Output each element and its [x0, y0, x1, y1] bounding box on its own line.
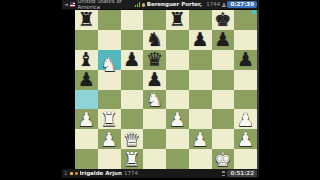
person-icon [222, 3, 225, 7]
piece-black-pawn[interactable]: ♟ [78, 70, 95, 89]
piece-black-pawn[interactable]: ♟ [146, 70, 163, 89]
piece-white-queen[interactable]: ♛ [123, 130, 140, 149]
square-d7[interactable]: ♞ [143, 30, 166, 50]
square-b1[interactable] [98, 149, 121, 169]
piece-white-knight[interactable]: ♞ [101, 55, 118, 74]
coin-icon [142, 3, 145, 7]
piece-black-pawn[interactable]: ♟ [237, 50, 254, 69]
square-e7[interactable] [166, 30, 189, 50]
square-e8[interactable]: ♜ [166, 10, 189, 30]
square-d8[interactable] [143, 10, 166, 30]
piece-black-queen[interactable]: ♛ [146, 50, 163, 69]
piece-white-pawn[interactable]: ♟ [101, 130, 118, 149]
online-status-dot [252, 10, 256, 14]
square-b8[interactable] [98, 10, 121, 30]
back-icon[interactable]: ◄ [64, 2, 68, 7]
square-d4[interactable]: ♞ [143, 90, 166, 110]
square-d3[interactable] [143, 109, 166, 129]
square-a2[interactable] [75, 129, 98, 149]
piece-black-knight[interactable]: ♞ [146, 30, 163, 49]
us-flag-icon [70, 2, 76, 7]
piece-white-pawn[interactable]: ♟ [237, 110, 254, 129]
opponent-clock: 0:27:39 [227, 1, 257, 9]
square-a5[interactable]: ♟ [75, 70, 98, 90]
piece-white-pawn[interactable]: ♟ [237, 130, 254, 149]
square-c7[interactable] [121, 30, 144, 50]
piece-black-pawn[interactable]: ♟ [123, 50, 140, 69]
square-a1[interactable] [75, 149, 98, 169]
square-f2[interactable]: ♟ [189, 129, 212, 149]
tab-indicator: 1 [64, 171, 68, 177]
square-a4[interactable] [75, 90, 98, 110]
square-c1[interactable]: ♜ [121, 149, 144, 169]
piece-black-pawn[interactable]: ♟ [214, 30, 231, 49]
square-b3[interactable]: ♜ [98, 109, 121, 129]
square-h4[interactable] [234, 90, 257, 110]
square-g3[interactable] [212, 109, 235, 129]
square-f7[interactable]: ♟ [189, 30, 212, 50]
square-c8[interactable] [121, 10, 144, 30]
square-b4[interactable] [98, 90, 121, 110]
piece-white-pawn[interactable]: ♟ [192, 130, 209, 149]
player-name: Irigalde Arjun [80, 171, 122, 177]
square-f6[interactable] [189, 50, 212, 70]
piece-white-king[interactable]: ♚ [214, 150, 231, 169]
opponent-rating: 1744 [206, 2, 220, 8]
square-e5[interactable] [166, 70, 189, 90]
square-b7[interactable] [98, 30, 121, 50]
player-rating: 1774 [124, 171, 138, 177]
square-d2[interactable] [143, 129, 166, 149]
square-f4[interactable] [189, 90, 212, 110]
piece-white-pawn[interactable]: ♟ [169, 110, 186, 129]
square-h2[interactable]: ♟ [234, 129, 257, 149]
piece-black-bishop[interactable]: ♝ [78, 50, 95, 69]
square-e3[interactable]: ♟ [166, 109, 189, 129]
square-a8[interactable]: ♜ [75, 10, 98, 30]
square-a3[interactable]: ♟ [75, 109, 98, 129]
square-e6[interactable] [166, 50, 189, 70]
square-d5[interactable]: ♟ [143, 70, 166, 90]
square-h1[interactable] [234, 149, 257, 169]
square-f5[interactable] [189, 70, 212, 90]
square-f8[interactable] [189, 10, 212, 30]
piece-black-rook[interactable]: ♜ [78, 10, 95, 29]
square-d1[interactable] [143, 149, 166, 169]
square-c6[interactable]: ♟ [121, 50, 144, 70]
square-g7[interactable]: ♟ [212, 30, 235, 50]
square-f1[interactable] [189, 149, 212, 169]
piece-black-pawn[interactable]: ♟ [192, 30, 209, 49]
signal-icon [135, 2, 140, 7]
square-a7[interactable] [75, 30, 98, 50]
square-c5[interactable] [121, 70, 144, 90]
square-g1[interactable]: ♚ [212, 149, 235, 169]
opponent-name: Berenguer Porter, Lal… [147, 2, 205, 8]
player-clock: 0:51:22 [227, 170, 257, 178]
piece-black-rook[interactable]: ♜ [169, 10, 186, 29]
square-h7[interactable] [234, 30, 257, 50]
piece-white-pawn[interactable]: ♟ [78, 110, 95, 129]
chess-board[interactable]: ♜♜♚♞♟♟♝♞♟♛♟♟♟♞♟♜♟♟♟♛♟♟♜♚ [75, 10, 257, 169]
square-h6[interactable]: ♟ [234, 50, 257, 70]
square-f3[interactable] [189, 109, 212, 129]
square-g2[interactable] [212, 129, 235, 149]
square-d6[interactable]: ♛ [143, 50, 166, 70]
square-g8[interactable]: ♚ [212, 10, 235, 30]
square-c2[interactable]: ♛ [121, 129, 144, 149]
screen: ◄ United States of America Berenguer Por… [0, 0, 320, 180]
piece-white-rook[interactable]: ♜ [101, 110, 118, 129]
piece-white-knight[interactable]: ♞ [146, 90, 163, 109]
scroll-rail[interactable] [257, 10, 259, 169]
square-c3[interactable] [121, 109, 144, 129]
square-e2[interactable] [166, 129, 189, 149]
square-g5[interactable] [212, 70, 235, 90]
square-h3[interactable]: ♟ [234, 109, 257, 129]
badge-icon-2 [75, 172, 78, 175]
square-h5[interactable] [234, 70, 257, 90]
piece-white-rook[interactable]: ♜ [123, 150, 140, 169]
chess-app-window: ◄ United States of America Berenguer Por… [62, 0, 259, 178]
square-a6[interactable]: ♝ [75, 50, 98, 70]
square-e4[interactable] [166, 90, 189, 110]
square-b2[interactable]: ♟ [98, 129, 121, 149]
badge-icon-1 [70, 172, 73, 175]
square-e1[interactable] [166, 149, 189, 169]
hourglass-icon [222, 171, 225, 176]
player-bar: 1 Irigalde Arjun 1774 0:51:22 [62, 169, 259, 178]
square-g4[interactable] [212, 90, 235, 110]
square-b6[interactable]: ♞ [98, 50, 121, 70]
piece-black-king[interactable]: ♚ [214, 10, 231, 29]
square-g6[interactable] [212, 50, 235, 70]
square-c4[interactable] [121, 90, 144, 110]
